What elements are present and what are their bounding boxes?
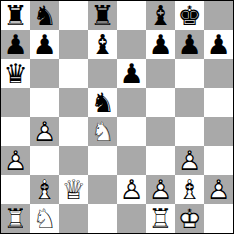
square-b5[interactable] [30,88,59,117]
square-f1[interactable]: ♜♖ [146,204,175,233]
square-h1[interactable] [204,204,233,233]
square-e8[interactable] [117,1,146,30]
square-h3[interactable] [204,146,233,175]
square-c1[interactable] [59,204,88,233]
square-a5[interactable] [1,88,30,117]
white-pawn-piece: ♟♙ [1,146,30,175]
piece-fill-glyph: ♜ [1,1,30,30]
white-knight-piece: ♞♘ [88,117,117,146]
piece-outline-glyph: ♖ [1,204,30,233]
square-g1[interactable]: ♚♔ [175,204,204,233]
square-f3[interactable] [146,146,175,175]
square-d3[interactable] [88,146,117,175]
piece-fill-glyph: ♟ [146,30,175,59]
piece-outline-glyph: ♖ [146,204,175,233]
piece-outline-glyph: ♘ [88,117,117,146]
black-rook-piece: ♜ [1,1,30,30]
square-d4[interactable]: ♞♘ [88,117,117,146]
white-king-piece: ♚♔ [175,204,204,233]
black-pawn-piece: ♟ [146,30,175,59]
square-d1[interactable] [88,204,117,233]
square-g3[interactable]: ♟♙ [175,146,204,175]
piece-fill-glyph: ♝ [88,30,117,59]
square-b2[interactable]: ♝♗ [30,175,59,204]
piece-fill-glyph: ♚ [175,1,204,30]
piece-fill-glyph: ♞ [30,1,59,30]
black-queen-piece: ♛ [1,59,30,88]
square-e4[interactable] [117,117,146,146]
black-bishop-piece: ♝ [88,30,117,59]
piece-outline-glyph: ♔ [175,204,204,233]
square-f4[interactable] [146,117,175,146]
square-f6[interactable] [146,59,175,88]
white-pawn-piece: ♟♙ [146,175,175,204]
square-h7[interactable]: ♟ [204,30,233,59]
square-b7[interactable]: ♟ [30,30,59,59]
white-pawn-piece: ♟♙ [30,117,59,146]
piece-fill-glyph: ♛ [1,59,30,88]
square-c6[interactable] [59,59,88,88]
piece-outline-glyph: ♙ [30,117,59,146]
square-a4[interactable] [1,117,30,146]
piece-fill-glyph: ♝ [146,1,175,30]
square-e2[interactable]: ♟♙ [117,175,146,204]
square-b1[interactable]: ♞♘ [30,204,59,233]
square-a7[interactable]: ♟ [1,30,30,59]
square-d8[interactable]: ♜ [88,1,117,30]
piece-fill-glyph: ♟ [204,30,233,59]
square-g2[interactable]: ♝♗ [175,175,204,204]
square-g4[interactable] [175,117,204,146]
black-king-piece: ♚ [175,1,204,30]
square-h2[interactable]: ♟♙ [204,175,233,204]
chess-board: ♜♞♜♝♚♟♟♝♟♟♟♛♟♞♟♙♞♘♟♙♟♙♝♗♛♕♟♙♟♙♝♗♟♙♜♖♞♘♜♖… [0,0,234,234]
square-f7[interactable]: ♟ [146,30,175,59]
square-d6[interactable] [88,59,117,88]
white-pawn-piece: ♟♙ [175,146,204,175]
square-f2[interactable]: ♟♙ [146,175,175,204]
black-pawn-piece: ♟ [30,30,59,59]
chess-diagram: ♜♞♜♝♚♟♟♝♟♟♟♛♟♞♟♙♞♘♟♙♟♙♝♗♛♕♟♙♟♙♝♗♟♙♜♖♞♘♜♖… [0,0,234,234]
square-c3[interactable] [59,146,88,175]
square-h5[interactable] [204,88,233,117]
square-a8[interactable]: ♜ [1,1,30,30]
square-e3[interactable] [117,146,146,175]
square-g8[interactable]: ♚ [175,1,204,30]
square-d7[interactable]: ♝ [88,30,117,59]
square-b8[interactable]: ♞ [30,1,59,30]
square-c4[interactable] [59,117,88,146]
square-h6[interactable] [204,59,233,88]
white-knight-piece: ♞♘ [30,204,59,233]
square-h4[interactable] [204,117,233,146]
piece-outline-glyph: ♘ [30,204,59,233]
white-pawn-piece: ♟♙ [117,175,146,204]
black-pawn-piece: ♟ [117,59,146,88]
piece-outline-glyph: ♗ [30,175,59,204]
square-f8[interactable]: ♝ [146,1,175,30]
square-d5[interactable]: ♞ [88,88,117,117]
white-queen-piece: ♛♕ [59,175,88,204]
black-bishop-piece: ♝ [146,1,175,30]
square-d2[interactable] [88,175,117,204]
piece-fill-glyph: ♟ [117,59,146,88]
piece-outline-glyph: ♕ [59,175,88,204]
black-knight-piece: ♞ [88,88,117,117]
piece-fill-glyph: ♟ [175,30,204,59]
piece-fill-glyph: ♟ [30,30,59,59]
square-a3[interactable]: ♟♙ [1,146,30,175]
square-c8[interactable] [59,1,88,30]
white-bishop-piece: ♝♗ [30,175,59,204]
square-a1[interactable]: ♜♖ [1,204,30,233]
square-g6[interactable] [175,59,204,88]
square-c2[interactable]: ♛♕ [59,175,88,204]
white-rook-piece: ♜♖ [146,204,175,233]
square-g5[interactable] [175,88,204,117]
white-pawn-piece: ♟♙ [204,175,233,204]
square-c7[interactable] [59,30,88,59]
piece-fill-glyph: ♟ [1,30,30,59]
black-pawn-piece: ♟ [1,30,30,59]
square-a6[interactable]: ♛ [1,59,30,88]
square-e7[interactable] [117,30,146,59]
square-b3[interactable] [30,146,59,175]
piece-outline-glyph: ♙ [175,146,204,175]
square-f5[interactable] [146,88,175,117]
square-h8[interactable] [204,1,233,30]
black-pawn-piece: ♟ [204,30,233,59]
piece-outline-glyph: ♗ [175,175,204,204]
square-g7[interactable]: ♟ [175,30,204,59]
white-rook-piece: ♜♖ [1,204,30,233]
piece-fill-glyph: ♜ [88,1,117,30]
square-b6[interactable] [30,59,59,88]
white-bishop-piece: ♝♗ [175,175,204,204]
square-b4[interactable]: ♟♙ [30,117,59,146]
square-c5[interactable] [59,88,88,117]
piece-outline-glyph: ♙ [204,175,233,204]
square-e1[interactable] [117,204,146,233]
square-e5[interactable] [117,88,146,117]
piece-outline-glyph: ♙ [117,175,146,204]
square-a2[interactable] [1,175,30,204]
piece-outline-glyph: ♙ [1,146,30,175]
piece-outline-glyph: ♙ [146,175,175,204]
black-rook-piece: ♜ [88,1,117,30]
black-pawn-piece: ♟ [175,30,204,59]
piece-fill-glyph: ♞ [88,88,117,117]
black-knight-piece: ♞ [30,1,59,30]
square-e6[interactable]: ♟ [117,59,146,88]
